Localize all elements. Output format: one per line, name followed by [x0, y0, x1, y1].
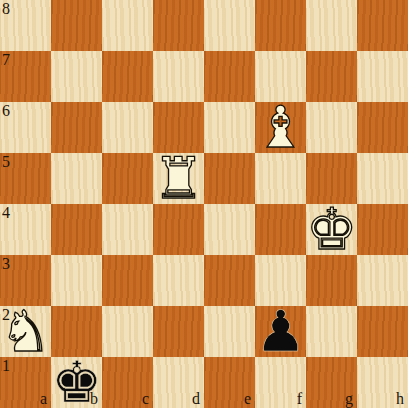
square-c5[interactable] — [102, 153, 153, 204]
rank-label-2: 2 — [2, 307, 10, 323]
file-label-g: g — [345, 391, 353, 407]
square-h5[interactable] — [357, 153, 408, 204]
square-e7[interactable] — [204, 51, 255, 102]
square-h8[interactable] — [357, 0, 408, 51]
file-label-e: e — [244, 391, 251, 407]
rank-label-3: 3 — [2, 256, 10, 272]
square-h2[interactable] — [357, 306, 408, 357]
square-g1[interactable]: g — [306, 357, 357, 408]
square-g4[interactable]: ♚ — [306, 204, 357, 255]
file-label-b: b — [90, 391, 98, 407]
square-c2[interactable] — [102, 306, 153, 357]
square-c3[interactable] — [102, 255, 153, 306]
file-label-c: c — [142, 391, 149, 407]
square-g6[interactable] — [306, 102, 357, 153]
square-h3[interactable] — [357, 255, 408, 306]
square-a1[interactable]: 1a — [0, 357, 51, 408]
rank-label-7: 7 — [2, 52, 10, 68]
square-c7[interactable] — [102, 51, 153, 102]
square-e8[interactable] — [204, 0, 255, 51]
square-d7[interactable] — [153, 51, 204, 102]
square-b5[interactable] — [51, 153, 102, 204]
square-a4[interactable]: 4 — [0, 204, 51, 255]
square-c8[interactable] — [102, 0, 153, 51]
file-label-h: h — [396, 391, 404, 407]
square-f1[interactable]: f — [255, 357, 306, 408]
square-a2[interactable]: 2♞ — [0, 306, 51, 357]
square-a5[interactable]: 5 — [0, 153, 51, 204]
file-label-d: d — [192, 391, 200, 407]
square-e4[interactable] — [204, 204, 255, 255]
square-h4[interactable] — [357, 204, 408, 255]
rank-label-1: 1 — [2, 358, 10, 374]
square-e1[interactable]: e — [204, 357, 255, 408]
square-c4[interactable] — [102, 204, 153, 255]
rank-label-4: 4 — [2, 205, 10, 221]
square-g3[interactable] — [306, 255, 357, 306]
square-h1[interactable]: h — [357, 357, 408, 408]
square-d1[interactable]: d — [153, 357, 204, 408]
square-b6[interactable] — [51, 102, 102, 153]
square-g8[interactable] — [306, 0, 357, 51]
square-g7[interactable] — [306, 51, 357, 102]
square-a6[interactable]: 6 — [0, 102, 51, 153]
square-b1[interactable]: b♚ — [51, 357, 102, 408]
square-f2[interactable]: ♟ — [255, 306, 306, 357]
white-rook[interactable]: ♜ — [153, 153, 204, 204]
rank-label-8: 8 — [2, 1, 10, 17]
square-b3[interactable] — [51, 255, 102, 306]
square-a8[interactable]: 8 — [0, 0, 51, 51]
square-d3[interactable] — [153, 255, 204, 306]
square-b8[interactable] — [51, 0, 102, 51]
rank-label-5: 5 — [2, 154, 10, 170]
chess-board: 876♝5♜4♚32♞♟1ab♚cdefgh — [0, 0, 408, 408]
square-d2[interactable] — [153, 306, 204, 357]
black-pawn[interactable]: ♟ — [255, 306, 306, 357]
square-b7[interactable] — [51, 51, 102, 102]
square-d4[interactable] — [153, 204, 204, 255]
chess-board-wrapper: 876♝5♜4♚32♞♟1ab♚cdefgh — [0, 0, 408, 408]
file-label-f: f — [297, 391, 302, 407]
square-g2[interactable] — [306, 306, 357, 357]
square-h6[interactable] — [357, 102, 408, 153]
square-d8[interactable] — [153, 0, 204, 51]
square-c6[interactable] — [102, 102, 153, 153]
square-f8[interactable] — [255, 0, 306, 51]
square-c1[interactable]: c — [102, 357, 153, 408]
square-e6[interactable] — [204, 102, 255, 153]
square-h7[interactable] — [357, 51, 408, 102]
white-bishop[interactable]: ♝ — [255, 102, 306, 153]
square-f6[interactable]: ♝ — [255, 102, 306, 153]
rank-label-6: 6 — [2, 103, 10, 119]
file-label-a: a — [40, 391, 47, 407]
square-e3[interactable] — [204, 255, 255, 306]
square-a7[interactable]: 7 — [0, 51, 51, 102]
square-f5[interactable] — [255, 153, 306, 204]
square-f4[interactable] — [255, 204, 306, 255]
white-king[interactable]: ♚ — [306, 204, 357, 255]
square-b4[interactable] — [51, 204, 102, 255]
square-d5[interactable]: ♜ — [153, 153, 204, 204]
square-e5[interactable] — [204, 153, 255, 204]
square-e2[interactable] — [204, 306, 255, 357]
